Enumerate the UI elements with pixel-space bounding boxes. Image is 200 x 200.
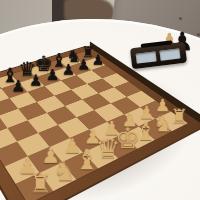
photo-scene: ♜♞♝♛♚♝♞♜♟♟♟♟♟♟♟♟♟♟♟♟♟♟♟♟♜♞♝♛♚♝♞♜ ♟ ♟ <box>0 0 200 200</box>
piece-white-knight: ♞ <box>51 158 78 184</box>
piece-black-pawn: ♟ <box>8 79 28 95</box>
piece-black-pawn: ♟ <box>26 73 45 89</box>
chess-board-grid: ♜♞♝♛♚♝♞♜♟♟♟♟♟♟♟♟♟♟♟♟♟♟♟♟♜♞♝♛♚♝♞♜ <box>0 51 188 200</box>
clock-display-left <box>136 51 157 63</box>
chess-board: ♜♞♝♛♚♝♞♜♟♟♟♟♟♟♟♟♟♟♟♟♟♟♟♟♜♞♝♛♚♝♞♜ <box>0 46 200 200</box>
square-e4 <box>65 99 94 117</box>
piece-white-rook: ♜ <box>26 172 54 197</box>
clock-display-right <box>159 48 180 60</box>
piece-black-pawn: ♟ <box>43 68 62 83</box>
piece-black-pawn: ♟ <box>59 63 77 78</box>
piece-black-pawn: ♟ <box>0 84 10 100</box>
